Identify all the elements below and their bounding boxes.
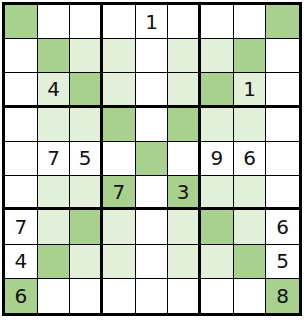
cell-r7c1[interactable] (38, 245, 71, 279)
cell-r3c3[interactable] (103, 108, 136, 142)
cell-r6c1[interactable] (38, 210, 71, 244)
cell-r3c0[interactable] (5, 108, 38, 142)
cell-r8c6[interactable] (201, 279, 234, 313)
cell-r4c7[interactable]: 6 (234, 142, 267, 176)
cell-r1c2[interactable] (70, 39, 103, 73)
cell-r7c8[interactable]: 5 (266, 245, 299, 279)
cell-r8c5[interactable] (168, 279, 201, 313)
cell-r0c7[interactable] (234, 5, 267, 39)
cell-r8c0[interactable]: 6 (5, 279, 38, 313)
cell-r2c3[interactable] (103, 73, 136, 107)
cell-r7c6[interactable] (201, 245, 234, 279)
cell-r0c4[interactable]: 1 (136, 5, 169, 39)
cell-r2c6[interactable] (201, 73, 234, 107)
cell-r2c8[interactable] (266, 73, 299, 107)
cell-r4c1[interactable]: 7 (38, 142, 71, 176)
cell-r1c0[interactable] (5, 39, 38, 73)
cell-r7c0[interactable]: 4 (5, 245, 38, 279)
cell-r1c4[interactable] (136, 39, 169, 73)
cell-r4c2[interactable]: 5 (70, 142, 103, 176)
cell-r0c6[interactable] (201, 5, 234, 39)
cell-r5c2[interactable] (70, 176, 103, 210)
cell-r8c7[interactable] (234, 279, 267, 313)
cell-r3c2[interactable] (70, 108, 103, 142)
cell-r2c5[interactable] (168, 73, 201, 107)
cell-r4c4[interactable] (136, 142, 169, 176)
cell-r4c6[interactable]: 9 (201, 142, 234, 176)
cell-r1c8[interactable] (266, 39, 299, 73)
cell-r3c1[interactable] (38, 108, 71, 142)
cell-r5c4[interactable] (136, 176, 169, 210)
cell-r5c8[interactable] (266, 176, 299, 210)
cell-r4c0[interactable] (5, 142, 38, 176)
cell-r7c7[interactable] (234, 245, 267, 279)
cell-r3c5[interactable] (168, 108, 201, 142)
cell-r3c4[interactable] (136, 108, 169, 142)
cell-r6c3[interactable] (103, 210, 136, 244)
cell-r8c8[interactable]: 8 (266, 279, 299, 313)
cell-r5c5[interactable]: 3 (168, 176, 201, 210)
cell-r6c2[interactable] (70, 210, 103, 244)
cell-r5c1[interactable] (38, 176, 71, 210)
cell-r4c5[interactable] (168, 142, 201, 176)
cell-r2c1[interactable]: 4 (38, 73, 71, 107)
cell-r5c7[interactable] (234, 176, 267, 210)
cell-r3c6[interactable] (201, 108, 234, 142)
cell-r2c4[interactable] (136, 73, 169, 107)
cell-r6c4[interactable] (136, 210, 169, 244)
cell-r2c2[interactable] (70, 73, 103, 107)
cell-r7c5[interactable] (168, 245, 201, 279)
cell-r6c0[interactable]: 7 (5, 210, 38, 244)
cell-r0c2[interactable] (70, 5, 103, 39)
cell-r1c5[interactable] (168, 39, 201, 73)
cell-r1c3[interactable] (103, 39, 136, 73)
cell-r5c6[interactable] (201, 176, 234, 210)
cell-r3c7[interactable] (234, 108, 267, 142)
cell-r6c7[interactable] (234, 210, 267, 244)
cell-r4c8[interactable] (266, 142, 299, 176)
cell-r2c7[interactable]: 1 (234, 73, 267, 107)
cell-r6c6[interactable] (201, 210, 234, 244)
cell-r1c7[interactable] (234, 39, 267, 73)
cell-r3c8[interactable] (266, 108, 299, 142)
cell-r0c5[interactable] (168, 5, 201, 39)
cell-r8c2[interactable] (70, 279, 103, 313)
cell-r8c1[interactable] (38, 279, 71, 313)
cell-r8c4[interactable] (136, 279, 169, 313)
sudoku-board: 141759673764568 (2, 2, 302, 316)
cell-r1c6[interactable] (201, 39, 234, 73)
cell-r1c1[interactable] (38, 39, 71, 73)
cell-r5c3[interactable]: 7 (103, 176, 136, 210)
cell-r8c3[interactable] (103, 279, 136, 313)
cell-r5c0[interactable] (5, 176, 38, 210)
cell-r6c8[interactable]: 6 (266, 210, 299, 244)
cell-r7c4[interactable] (136, 245, 169, 279)
cell-r4c3[interactable] (103, 142, 136, 176)
cell-r0c3[interactable] (103, 5, 136, 39)
cell-r6c5[interactable] (168, 210, 201, 244)
cell-r7c2[interactable] (70, 245, 103, 279)
cell-r0c8[interactable] (266, 5, 299, 39)
cell-r7c3[interactable] (103, 245, 136, 279)
cell-r0c0[interactable] (5, 5, 38, 39)
cell-r0c1[interactable] (38, 5, 71, 39)
cell-r2c0[interactable] (5, 73, 38, 107)
